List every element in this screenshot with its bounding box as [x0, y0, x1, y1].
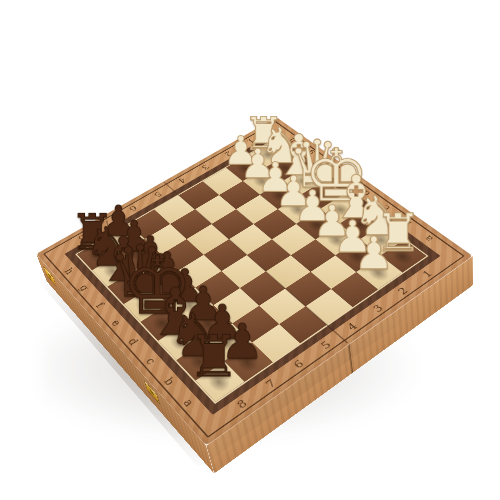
product-photo: hgfedcba 12345678 hgfedcba 12345678 ♜♞♝♛… — [0, 0, 500, 500]
piece-dark-rook: ♜ — [163, 328, 265, 386]
board-top-face: hgfedcba 12345678 hgfedcba 12345678 ♜♞♝♛… — [36, 117, 473, 446]
chess-board: hgfedcba 12345678 hgfedcba 12345678 ♜♞♝♛… — [36, 117, 473, 446]
scene: hgfedcba 12345678 hgfedcba 12345678 ♜♞♝♛… — [0, 0, 500, 500]
piece-white-pawn: ♟ — [327, 231, 421, 276]
